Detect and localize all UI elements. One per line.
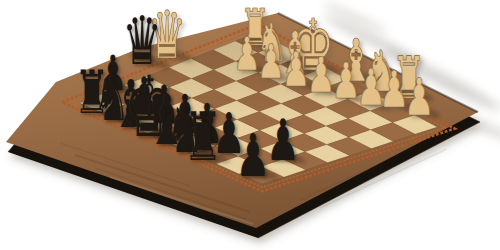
chess-piece-black-pawn: ♟ (266, 112, 300, 169)
pieces-layer: ♜♛♞♛♚♟♝♟♝♟♟♞♟♜♟♟♟♜♟♟♞♟♝♟♚♝♟♞♟♜♟♟ (0, 0, 500, 250)
chess-piece-black-rook: ♜ (183, 104, 222, 171)
chess-piece-white-pawn: ♟ (404, 72, 435, 124)
chess-set-photo: ♜♛♞♛♚♟♝♟♝♟♟♞♟♜♟♟♟♜♟♟♞♟♝♟♚♝♟♞♟♜♟♟ (0, 0, 500, 250)
chess-piece-black-pawn: ♟ (236, 126, 271, 185)
